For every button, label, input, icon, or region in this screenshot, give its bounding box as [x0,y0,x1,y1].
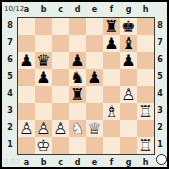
file-label-a-bottom: a [18,157,35,169]
move-counter: 10/12 [4,4,24,15]
square-f3[interactable]: ♝♗ [103,103,120,120]
file-label-d-bottom: d [69,157,86,169]
white-piece-outline: ♔ [35,137,52,154]
square-d8[interactable] [69,18,86,35]
white-pawn: ♟♙ [18,120,35,137]
square-f7[interactable]: ♟ [103,35,120,52]
square-h5[interactable] [137,69,154,86]
rank-label-1-right: 1 [154,139,166,151]
rank-label-2-left: 2 [4,122,16,134]
white-piece-fill: ♟ [35,120,52,137]
square-g6[interactable]: ♟ [120,52,137,69]
square-g1[interactable] [120,137,137,154]
square-h1[interactable]: ♜♖ [137,137,154,154]
black-pawn: ♟ [120,52,137,69]
black-queen: ♛ [35,52,52,69]
square-c7[interactable] [52,35,69,52]
white-pawn: ♟♙ [120,86,137,103]
file-label-h-bottom: h [137,157,154,169]
file-label-d-top: d [69,4,86,16]
white-rook: ♜♖ [137,103,154,120]
white-piece-fill: ♝ [103,103,120,120]
rank-label-7-left: 7 [4,37,16,49]
square-g3[interactable] [120,103,137,120]
square-b8[interactable] [35,18,52,35]
chess-board: ♜♚♟♝♟♛♟♟♟♞♟♜♟♙♝♗♜♖♟♙♟♙♟♙♞♘♛♕♚♔♜♖ [17,17,155,155]
black-knight: ♞ [69,69,86,86]
square-c6[interactable] [52,52,69,69]
black-king: ♚ [120,18,137,35]
white-to-move-indicator [156,154,167,165]
square-e6[interactable] [86,52,103,69]
file-label-c-bottom: c [52,157,69,169]
file-label-g-bottom: g [120,157,137,169]
square-a6[interactable]: ♟ [18,52,35,69]
square-f4[interactable] [103,86,120,103]
file-label-f-top: f [103,4,120,16]
square-b2[interactable]: ♟♙ [35,120,52,137]
black-pawn: ♟ [35,69,52,86]
file-label-e-top: e [86,4,103,16]
square-a1[interactable] [18,137,35,154]
square-c4[interactable] [52,86,69,103]
white-piece-fill: ♛ [86,120,103,137]
square-c3[interactable] [52,103,69,120]
square-b6[interactable]: ♛ [35,52,52,69]
square-h6[interactable] [137,52,154,69]
square-a8[interactable] [18,18,35,35]
square-d6[interactable]: ♟ [69,52,86,69]
square-f1[interactable] [103,137,120,154]
square-h7[interactable] [137,35,154,52]
square-g2[interactable] [120,120,137,137]
square-f2[interactable] [103,120,120,137]
square-d4[interactable]: ♜ [69,86,86,103]
white-piece-outline: ♙ [120,86,137,103]
white-pawn: ♟♙ [52,120,69,137]
square-e5[interactable]: ♟ [86,69,103,86]
chess-diagram: 10/12 abcdefgh 87654321 87654321 ♜♚♟♝♟♛♟… [0,0,169,169]
footer-faint-text: 1:07 [4,157,20,168]
black-bishop: ♝ [120,35,137,52]
square-c2[interactable]: ♟♙ [52,120,69,137]
square-b3[interactable] [35,103,52,120]
white-king: ♚♔ [35,137,52,154]
rank-label-3-left: 3 [4,105,16,117]
white-pawn: ♟♙ [35,120,52,137]
black-pawn: ♟ [103,35,120,52]
rank-label-2-right: 2 [154,122,166,134]
square-g5[interactable] [120,69,137,86]
rank-label-4-right: 4 [154,88,166,100]
square-d5[interactable]: ♞ [69,69,86,86]
square-b5[interactable]: ♟ [35,69,52,86]
white-piece-outline: ♙ [35,120,52,137]
square-f5[interactable] [103,69,120,86]
rank-label-5-right: 5 [154,71,166,83]
square-g8[interactable]: ♚ [120,18,137,35]
rank-label-1-left: 1 [4,139,16,151]
square-g7[interactable]: ♝ [120,35,137,52]
white-rook: ♜♖ [137,137,154,154]
white-piece-fill: ♜ [137,103,154,120]
white-piece-outline: ♖ [137,103,154,120]
square-e1[interactable] [86,137,103,154]
square-f6[interactable] [103,52,120,69]
white-piece-fill: ♚ [35,137,52,154]
square-e8[interactable] [86,18,103,35]
white-piece-outline: ♕ [86,120,103,137]
rank-label-3-right: 3 [154,105,166,117]
file-label-b-bottom: b [35,157,52,169]
white-piece-outline: ♘ [69,120,86,137]
file-label-g-top: g [120,4,137,16]
white-piece-outline: ♙ [52,120,69,137]
square-g4[interactable]: ♟♙ [120,86,137,103]
white-knight: ♞♘ [69,120,86,137]
rank-label-4-left: 4 [4,88,16,100]
white-piece-outline: ♖ [137,137,154,154]
white-piece-outline: ♙ [18,120,35,137]
white-piece-outline: ♗ [103,103,120,120]
rank-label-8-right: 8 [154,20,166,32]
white-piece-fill: ♟ [18,120,35,137]
file-label-f-bottom: f [103,157,120,169]
rank-label-6-left: 6 [4,54,16,66]
square-e4[interactable] [86,86,103,103]
square-c1[interactable] [52,137,69,154]
black-pawn: ♟ [69,52,86,69]
file-label-b-top: b [35,4,52,16]
rank-label-7-right: 7 [154,37,166,49]
square-b1[interactable]: ♚♔ [35,137,52,154]
file-label-e-bottom: e [86,157,103,169]
white-piece-fill: ♟ [120,86,137,103]
white-bishop: ♝♗ [103,103,120,120]
square-c5[interactable] [52,69,69,86]
square-a7[interactable] [18,35,35,52]
square-h2[interactable] [137,120,154,137]
square-e3[interactable] [86,103,103,120]
black-rook: ♜ [69,86,86,103]
square-h8[interactable] [137,18,154,35]
square-d7[interactable] [69,35,86,52]
file-label-h-top: h [137,4,154,16]
square-d2[interactable]: ♞♘ [69,120,86,137]
file-label-c-top: c [52,4,69,16]
square-d3[interactable] [69,103,86,120]
square-c8[interactable] [52,18,69,35]
black-pawn: ♟ [86,69,103,86]
square-d1[interactable] [69,137,86,154]
square-a5[interactable] [18,69,35,86]
white-piece-fill: ♟ [52,120,69,137]
black-rook: ♜ [103,18,120,35]
square-a3[interactable] [18,103,35,120]
square-b7[interactable] [35,35,52,52]
square-e2[interactable]: ♛♕ [86,120,103,137]
white-piece-fill: ♞ [69,120,86,137]
rank-label-5-left: 5 [4,71,16,83]
square-e7[interactable] [86,35,103,52]
black-pawn: ♟ [18,52,35,69]
square-h3[interactable]: ♜♖ [137,103,154,120]
square-a4[interactable] [18,86,35,103]
white-piece-fill: ♜ [137,137,154,154]
square-a2[interactable]: ♟♙ [18,120,35,137]
square-h4[interactable] [137,86,154,103]
white-queen: ♛♕ [86,120,103,137]
rank-label-8-left: 8 [4,20,16,32]
rank-label-6-right: 6 [154,54,166,66]
square-b4[interactable] [35,86,52,103]
square-f8[interactable]: ♜ [103,18,120,35]
